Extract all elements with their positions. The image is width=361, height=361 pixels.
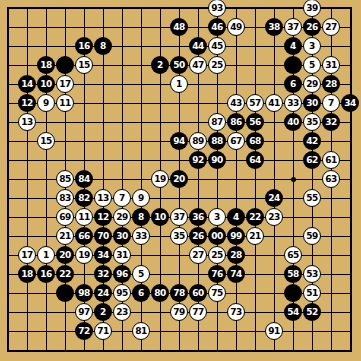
stone-white-13: 13	[18, 113, 36, 131]
stone-white-61: 61	[322, 151, 340, 169]
stone-black-2: 2	[151, 56, 169, 74]
stone-black-10: 10	[151, 208, 169, 226]
stone-black-32: 32	[94, 265, 112, 283]
stone-black-78: 78	[170, 284, 188, 302]
stone-black-60: 60	[189, 284, 207, 302]
stone-black-74: 74	[227, 265, 245, 283]
stone-white-95: 95	[113, 284, 131, 302]
stone-white-29: 29	[113, 208, 131, 226]
stone-white-37: 37	[284, 18, 302, 36]
stone-white-93: 93	[208, 0, 226, 17]
stone-black-86: 86	[227, 113, 245, 131]
stone-black-00: 00	[208, 227, 226, 245]
stone-black-28: 28	[227, 246, 245, 264]
stone-black-handicap	[284, 56, 302, 74]
stone-black-99: 99	[227, 227, 245, 245]
stone-white-79: 79	[170, 303, 188, 321]
stone-black-34: 34	[94, 246, 112, 264]
stone-white-23: 23	[265, 208, 283, 226]
stone-black-20: 20	[56, 246, 74, 264]
stone-white-35: 35	[303, 113, 321, 131]
stone-white-75: 75	[208, 284, 226, 302]
stone-black-18: 18	[18, 265, 36, 283]
stone-white-63: 63	[322, 170, 340, 188]
stone-white-1: 1	[170, 75, 188, 93]
stone-black-28: 28	[322, 75, 340, 93]
stone-white-39: 39	[303, 0, 321, 17]
stone-black-58: 58	[284, 265, 302, 283]
stone-black-44: 44	[189, 37, 207, 55]
stone-white-19: 19	[151, 170, 169, 188]
stone-white-41: 41	[265, 94, 283, 112]
stone-white-67: 67	[227, 132, 245, 150]
stone-white-31: 31	[113, 246, 131, 264]
stone-white-35: 35	[170, 227, 188, 245]
stone-black-30: 30	[303, 94, 321, 112]
stone-white-65: 65	[284, 246, 302, 264]
stone-black-34: 34	[341, 94, 359, 112]
stone-white-69: 69	[56, 208, 74, 226]
stone-black-4: 4	[227, 208, 245, 226]
stone-black-92: 92	[189, 151, 207, 169]
stone-black-56: 56	[246, 113, 264, 131]
stone-black-26: 26	[189, 227, 207, 245]
stone-white-27: 27	[322, 18, 340, 36]
stone-black-10: 10	[37, 75, 55, 93]
stone-black-22: 22	[246, 208, 264, 226]
stone-white-9: 9	[37, 94, 55, 112]
stone-white-15: 15	[75, 56, 93, 74]
stone-black-4: 4	[284, 37, 302, 55]
stone-black-32: 32	[322, 113, 340, 131]
stone-black-16: 16	[37, 265, 55, 283]
stone-black-50: 50	[170, 56, 188, 74]
stone-black-82: 82	[75, 189, 93, 207]
stone-white-23: 23	[113, 303, 131, 321]
stone-white-7: 7	[113, 189, 131, 207]
stone-black-24: 24	[265, 189, 283, 207]
stone-white-19: 19	[75, 246, 93, 264]
stone-white-43: 43	[227, 94, 245, 112]
stone-white-47: 47	[189, 56, 207, 74]
go-board[interactable]: 9339484649383726271684445431815250472553…	[0, 0, 361, 361]
stone-white-81: 81	[132, 322, 150, 340]
stone-white-59: 59	[303, 227, 321, 245]
stone-black-66: 66	[75, 227, 93, 245]
stone-white-29: 29	[303, 75, 321, 93]
stone-black-handicap	[56, 284, 74, 302]
stone-white-85: 85	[56, 170, 74, 188]
stone-white-15: 15	[37, 132, 55, 150]
stone-white-71: 71	[94, 322, 112, 340]
stone-black-98: 98	[75, 284, 93, 302]
stone-white-21: 21	[246, 227, 264, 245]
stone-black-26: 26	[303, 18, 321, 36]
stone-white-97: 97	[75, 303, 93, 321]
go-board-grid: 9339484649383726271684445431815250472553…	[0, 0, 360, 360]
stone-white-87: 87	[208, 113, 226, 131]
stone-black-16: 16	[75, 37, 93, 55]
stone-white-91: 91	[265, 322, 283, 340]
stone-black-30: 30	[113, 227, 131, 245]
stone-black-54: 54	[284, 303, 302, 321]
stone-white-45: 45	[208, 37, 226, 55]
stone-white-25: 25	[208, 56, 226, 74]
stone-black-20: 20	[170, 170, 188, 188]
stone-black-80: 80	[151, 284, 169, 302]
stone-black-52: 52	[303, 303, 321, 321]
stone-white-11: 11	[56, 94, 74, 112]
stone-white-25: 25	[208, 246, 226, 264]
stone-black-8: 8	[94, 37, 112, 55]
stone-black-12: 12	[18, 94, 36, 112]
stone-white-17: 17	[56, 75, 74, 93]
stone-black-2: 2	[94, 303, 112, 321]
stone-white-3: 3	[208, 208, 226, 226]
stone-white-1: 1	[37, 246, 55, 264]
stone-black-6: 6	[284, 75, 302, 93]
stone-white-5: 5	[132, 265, 150, 283]
stone-white-3: 3	[303, 37, 321, 55]
stone-white-73: 73	[227, 303, 245, 321]
stone-black-84: 84	[75, 170, 93, 188]
stone-black-36: 36	[189, 208, 207, 226]
stone-white-11: 11	[75, 208, 93, 226]
stone-black-94: 94	[170, 132, 188, 150]
stone-black-76: 76	[208, 265, 226, 283]
stone-white-27: 27	[189, 246, 207, 264]
stone-white-89: 89	[189, 132, 207, 150]
stone-black-46: 46	[208, 18, 226, 36]
stone-black-18: 18	[37, 56, 55, 74]
stone-white-21: 21	[56, 227, 74, 245]
stone-black-handicap	[284, 284, 302, 302]
stone-black-22: 22	[56, 265, 74, 283]
stone-black-48: 48	[170, 18, 188, 36]
stone-white-53: 53	[303, 265, 321, 283]
stone-black-42: 42	[303, 132, 321, 150]
stone-white-77: 77	[189, 303, 207, 321]
stone-black-40: 40	[284, 113, 302, 131]
stone-black-8: 8	[132, 208, 150, 226]
stone-white-13: 13	[94, 189, 112, 207]
stone-black-handicap	[56, 56, 74, 74]
stone-white-49: 49	[227, 18, 245, 36]
stone-white-7: 7	[322, 94, 340, 112]
stone-white-55: 55	[303, 189, 321, 207]
stone-black-62: 62	[303, 151, 321, 169]
stone-black-88: 88	[208, 132, 226, 150]
stone-black-90: 90	[208, 151, 226, 169]
stone-white-9: 9	[132, 189, 150, 207]
stone-black-24: 24	[94, 284, 112, 302]
stone-black-12: 12	[94, 208, 112, 226]
stone-white-17: 17	[18, 246, 36, 264]
stone-white-31: 31	[322, 56, 340, 74]
stone-black-14: 14	[18, 75, 36, 93]
stone-white-57: 57	[246, 94, 264, 112]
stone-white-33: 33	[132, 227, 150, 245]
stone-black-6: 6	[132, 284, 150, 302]
stone-black-64: 64	[246, 151, 264, 169]
stone-black-38: 38	[265, 18, 283, 36]
stone-white-37: 37	[170, 208, 188, 226]
stone-black-72: 72	[75, 322, 93, 340]
stone-white-33: 33	[284, 94, 302, 112]
stone-black-68: 68	[246, 132, 264, 150]
stone-white-5: 5	[303, 56, 321, 74]
stone-white-51: 51	[303, 284, 321, 302]
stone-white-83: 83	[56, 189, 74, 207]
stone-black-70: 70	[94, 227, 112, 245]
stone-black-96: 96	[113, 265, 131, 283]
